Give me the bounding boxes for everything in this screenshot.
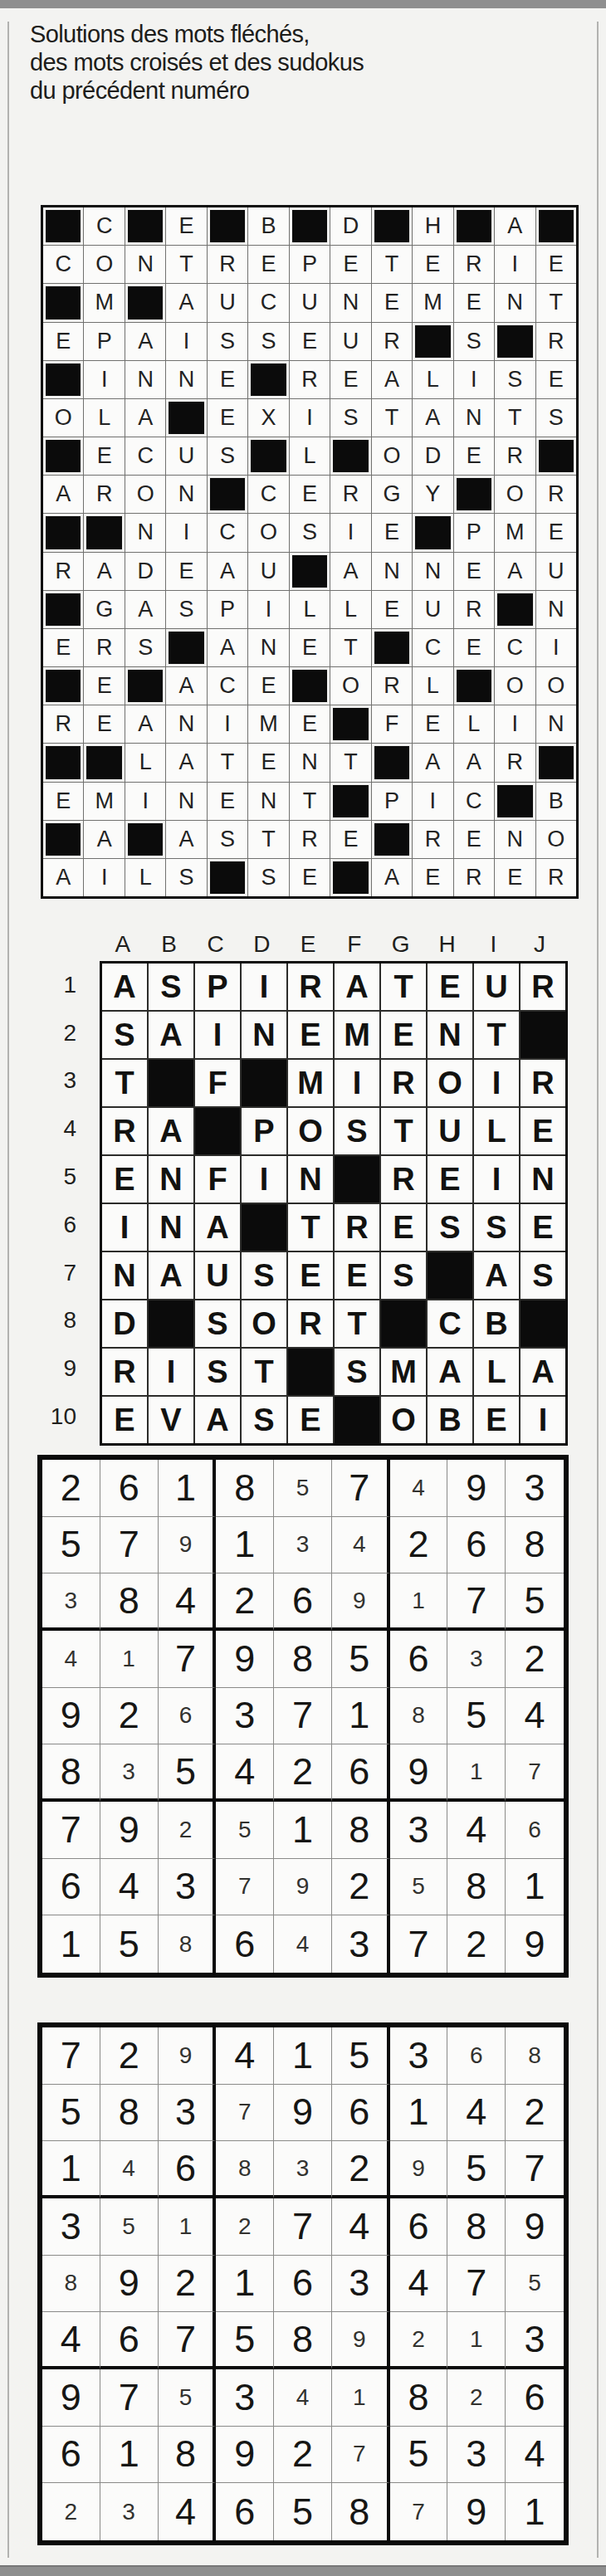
letter-cell: M <box>288 1060 333 1106</box>
sudoku-cell: 5 <box>332 1631 390 1688</box>
letter-cell: R <box>520 1060 565 1106</box>
letter-cell: I <box>536 629 576 666</box>
letter-cell: E <box>84 437 124 475</box>
letter-cell: N <box>149 1156 193 1203</box>
letter-cell: R <box>43 553 83 590</box>
letter-cell: P <box>208 591 247 628</box>
letter-cell: E <box>43 629 83 666</box>
letter-cell: E <box>290 323 330 360</box>
column-label: E <box>285 931 331 958</box>
sudoku-cell: 9 <box>100 1802 159 1859</box>
letter-cell: I <box>102 1204 147 1251</box>
sudoku-cell: 7 <box>447 2256 506 2313</box>
sudoku-cell: 6 <box>216 1915 274 1973</box>
letter-cell: P <box>195 964 240 1010</box>
sudoku-cell: 4 <box>332 2198 390 2256</box>
letter-cell: E <box>428 964 472 1010</box>
letter-cell: A <box>413 399 452 437</box>
letter-cell: E <box>43 783 83 820</box>
sudoku-cell: 2 <box>100 2027 159 2085</box>
letter-cell: A <box>335 964 379 1010</box>
letter-cell: E <box>208 399 247 437</box>
letter-cell: S <box>381 1252 426 1299</box>
letter-cell: T <box>288 1204 333 1251</box>
letter-cell: L <box>474 1108 519 1154</box>
black-cell <box>372 629 412 666</box>
letter-cell: S <box>208 437 247 475</box>
letter-cell: R <box>330 476 370 513</box>
row-label: 8 <box>48 1297 90 1345</box>
letter-cell: X <box>248 399 288 437</box>
sudoku-cell: 4 <box>42 1631 100 1688</box>
page-title: Solutions des mots fléchés, des mots cro… <box>30 20 364 105</box>
sudoku-cell: 2 <box>332 2141 390 2198</box>
letter-cell: I <box>208 705 247 743</box>
letter-cell: S <box>335 1108 379 1154</box>
letter-cell: N <box>520 1156 565 1203</box>
sudoku-cell: 7 <box>274 2198 332 2256</box>
sudoku-cell: 9 <box>447 2483 506 2540</box>
black-cell <box>454 207 494 245</box>
letter-cell: E <box>102 1397 147 1443</box>
black-cell <box>84 514 124 551</box>
letter-cell: A <box>372 361 412 398</box>
black-cell <box>372 744 412 781</box>
black-cell <box>330 705 370 743</box>
letter-cell: N <box>288 1156 333 1203</box>
sudoku-cell: 5 <box>274 2483 332 2540</box>
letter-cell: P <box>454 514 494 551</box>
sudoku-cell: 8 <box>332 2483 390 2540</box>
bottom-gray-bar <box>0 2565 606 2576</box>
black-cell <box>43 437 83 475</box>
sudoku-cell: 1 <box>216 1517 274 1574</box>
letter-cell: S <box>208 821 247 858</box>
letter-cell: N <box>149 1204 193 1251</box>
letter-cell: S <box>195 1349 240 1395</box>
sudoku-cell: 9 <box>506 1915 564 1973</box>
sudoku-cell: 2 <box>274 2427 332 2484</box>
black-cell <box>43 207 83 245</box>
letter-cell: A <box>102 964 147 1010</box>
letter-cell: U <box>536 553 576 590</box>
letter-cell: A <box>195 1204 240 1251</box>
letter-cell: F <box>195 1060 240 1106</box>
letter-cell: E <box>413 859 452 896</box>
letter-cell: I <box>495 246 535 283</box>
black-cell <box>495 783 535 820</box>
letter-cell: N <box>330 284 370 321</box>
sudoku-cell: 1 <box>506 2483 564 2540</box>
letter-cell: S <box>102 1012 147 1058</box>
sudoku-cell: 4 <box>216 2027 274 2085</box>
letter-cell: R <box>372 323 412 360</box>
letter-cell: I <box>413 783 452 820</box>
black-cell <box>413 514 452 551</box>
letter-cell: E <box>536 361 576 398</box>
black-cell <box>248 437 288 475</box>
black-cell <box>335 1397 379 1443</box>
letter-cell: S <box>248 323 288 360</box>
sudoku-cell: 4 <box>390 1460 448 1517</box>
letter-cell: N <box>248 783 288 820</box>
sudoku-cell: 4 <box>274 2369 332 2427</box>
letter-cell: A <box>149 1108 193 1154</box>
letter-cell: T <box>330 629 370 666</box>
letter-cell: U <box>474 964 519 1010</box>
letter-cell: N <box>125 246 165 283</box>
letter-cell: S <box>536 399 576 437</box>
sudoku-cell: 6 <box>159 2141 217 2198</box>
letter-cell: D <box>330 207 370 245</box>
sudoku-cell: 2 <box>159 1802 217 1859</box>
letter-cell: E <box>520 1108 565 1154</box>
black-cell <box>43 361 83 398</box>
black-cell <box>288 1349 333 1395</box>
sudoku-cell: 6 <box>390 2198 448 2256</box>
letter-cell: N <box>290 744 330 781</box>
letter-cell: L <box>413 667 452 705</box>
sudoku-cell: 8 <box>447 1859 506 1916</box>
letter-cell: E <box>413 246 452 283</box>
sudoku-cell: 1 <box>332 2369 390 2427</box>
black-cell <box>454 476 494 513</box>
black-cell <box>208 859 247 896</box>
letter-cell: A <box>372 859 412 896</box>
sudoku-cell: 2 <box>42 2483 100 2540</box>
letter-cell: M <box>84 284 124 321</box>
sudoku-cell: 9 <box>100 2256 159 2313</box>
sudoku-cell: 9 <box>390 2141 448 2198</box>
letter-cell: N <box>166 476 206 513</box>
sudoku-cell: 2 <box>274 1744 332 1802</box>
sudoku-cell: 1 <box>100 2427 159 2484</box>
sudoku-cell: 3 <box>506 2312 564 2369</box>
mots-croises-solution-grid: ASPIRATEURSAINEMENTTFMIROIRRAPOSTULEENFI… <box>100 961 568 1446</box>
letter-cell: S <box>242 1397 286 1443</box>
sudoku-cell: 3 <box>274 2141 332 2198</box>
letter-cell: E <box>208 361 247 398</box>
letter-cell: T <box>372 246 412 283</box>
sudoku-cell: 3 <box>42 1573 100 1631</box>
letter-cell: R <box>208 246 247 283</box>
letter-cell: E <box>454 821 494 858</box>
sudoku-cell: 1 <box>390 2085 448 2142</box>
letter-cell: C <box>495 629 535 666</box>
letter-cell: S <box>166 591 206 628</box>
letter-cell: A <box>413 744 452 781</box>
sudoku-cell: 4 <box>159 1573 217 1631</box>
letter-cell: C <box>248 284 288 321</box>
sudoku-cell: 7 <box>506 1744 564 1802</box>
letter-cell: L <box>330 591 370 628</box>
black-cell <box>372 207 412 245</box>
letter-cell: V <box>149 1397 193 1443</box>
letter-cell: I <box>149 1349 193 1395</box>
letter-cell: R <box>290 821 330 858</box>
sudoku-cell: 1 <box>447 2312 506 2369</box>
letter-cell: I <box>454 361 494 398</box>
letter-cell: S <box>195 1300 240 1347</box>
column-label: G <box>378 931 424 958</box>
letter-cell: A <box>43 476 83 513</box>
sudoku-cell: 5 <box>390 1859 448 1916</box>
sudoku-cell: 9 <box>274 1859 332 1916</box>
sudoku-cell: 9 <box>159 2027 217 2085</box>
letter-cell: A <box>495 207 535 245</box>
title-line-1: Solutions des mots fléchés, <box>30 20 364 48</box>
sudoku-cell: 5 <box>42 2085 100 2142</box>
sudoku-cell: 7 <box>216 1859 274 1916</box>
letter-cell: A <box>454 744 494 781</box>
letter-cell: T <box>102 1060 147 1106</box>
letter-cell: L <box>84 399 124 437</box>
sudoku-cell: 8 <box>159 1915 217 1973</box>
letter-cell: E <box>288 1252 333 1299</box>
black-cell <box>454 667 494 705</box>
sudoku-cell: 2 <box>332 1859 390 1916</box>
sudoku-cell: 9 <box>332 2312 390 2369</box>
sudoku-cell: 5 <box>159 1744 217 1802</box>
letter-cell: A <box>474 1252 519 1299</box>
black-cell <box>43 591 83 628</box>
letter-cell: O <box>495 476 535 513</box>
sudoku-cell: 4 <box>216 1744 274 1802</box>
letter-cell: E <box>248 246 288 283</box>
letter-cell: S <box>149 964 193 1010</box>
sudoku-cell: 2 <box>216 2198 274 2256</box>
sudoku-cell: 3 <box>447 1631 506 1688</box>
top-gray-bar <box>0 0 606 8</box>
letter-cell: E <box>454 437 494 475</box>
black-cell <box>84 744 124 781</box>
letter-cell: I <box>125 783 165 820</box>
black-cell <box>149 1300 193 1347</box>
sudoku-cell: 3 <box>447 2427 506 2484</box>
letter-cell: P <box>372 783 412 820</box>
letter-cell: A <box>495 553 535 590</box>
letter-cell: E <box>43 323 83 360</box>
letter-cell: S <box>248 859 288 896</box>
sudoku-cell: 7 <box>42 2027 100 2085</box>
letter-cell: M <box>495 514 535 551</box>
sudoku-cell: 7 <box>100 2369 159 2427</box>
sudoku-cell: 8 <box>274 2312 332 2369</box>
letter-cell: P <box>84 323 124 360</box>
sudoku-cell: 8 <box>390 1688 448 1745</box>
sudoku-cell: 7 <box>447 1573 506 1631</box>
letter-cell: M <box>84 783 124 820</box>
sudoku-cell: 2 <box>159 2256 217 2313</box>
letter-cell: R <box>43 705 83 743</box>
letter-cell: N <box>102 1252 147 1299</box>
letter-cell: O <box>125 476 165 513</box>
column-label: A <box>100 931 146 958</box>
black-cell <box>495 591 535 628</box>
black-cell <box>248 361 288 398</box>
letter-cell: B <box>428 1397 472 1443</box>
letter-cell: M <box>335 1012 379 1058</box>
sudoku-cell: 6 <box>332 1744 390 1802</box>
sudoku-cell: 3 <box>216 1688 274 1745</box>
letter-cell: I <box>195 1012 240 1058</box>
row-label: 6 <box>48 1201 90 1249</box>
sudoku-cell: 5 <box>506 2256 564 2313</box>
letter-cell: I <box>290 399 330 437</box>
sudoku-cell: 2 <box>447 2369 506 2427</box>
letter-cell: U <box>208 284 247 321</box>
letter-cell: N <box>428 1012 472 1058</box>
sudoku-cell: 6 <box>274 2256 332 2313</box>
letter-cell: E <box>290 705 330 743</box>
letter-cell: A <box>84 553 124 590</box>
letter-cell: T <box>208 744 247 781</box>
sudoku-cell: 9 <box>42 1688 100 1745</box>
letter-cell: T <box>330 744 370 781</box>
letter-cell: L <box>413 361 452 398</box>
letter-cell: G <box>372 476 412 513</box>
black-cell <box>149 1060 193 1106</box>
row-label: 10 <box>48 1393 90 1441</box>
letter-cell: E <box>166 207 206 245</box>
sudoku-cell: 6 <box>390 1631 448 1688</box>
letter-cell: R <box>84 476 124 513</box>
letter-cell: M <box>381 1349 426 1395</box>
sudoku-cell: 8 <box>216 1460 274 1517</box>
sudoku-cell: 7 <box>506 2141 564 2198</box>
sudoku-cell: 1 <box>159 2198 217 2256</box>
letter-cell: I <box>84 859 124 896</box>
letter-cell: C <box>43 246 83 283</box>
letter-cell: R <box>536 859 576 896</box>
sudoku-cell: 8 <box>216 2141 274 2198</box>
sudoku-cell: 4 <box>506 1688 564 1745</box>
letter-cell: N <box>166 361 206 398</box>
sudoku-cell: 3 <box>216 2369 274 2427</box>
letter-cell: B <box>536 783 576 820</box>
black-cell <box>125 667 165 705</box>
letter-cell: E <box>290 476 330 513</box>
black-cell <box>43 514 83 551</box>
letter-cell: N <box>248 629 288 666</box>
sudoku-cell: 7 <box>42 1802 100 1859</box>
letter-cell: I <box>166 514 206 551</box>
sudoku-cell: 4 <box>390 2256 448 2313</box>
black-cell <box>43 821 83 858</box>
letter-cell: S <box>474 1204 519 1251</box>
letter-cell: R <box>454 591 494 628</box>
letter-cell: P <box>290 246 330 283</box>
sudoku-cell: 9 <box>506 2198 564 2256</box>
letter-cell: L <box>125 744 165 781</box>
letter-cell: T <box>474 1012 519 1058</box>
sudoku-cell: 4 <box>100 2141 159 2198</box>
row-label: 4 <box>48 1105 90 1153</box>
letter-cell: E <box>288 1397 333 1443</box>
letter-cell: A <box>520 1349 565 1395</box>
letter-cell: E <box>495 859 535 896</box>
letter-cell: F <box>195 1156 240 1203</box>
letter-cell: E <box>290 629 330 666</box>
black-cell <box>536 744 576 781</box>
sudoku-cell: 1 <box>274 2027 332 2085</box>
sudoku-cell: 5 <box>390 2427 448 2484</box>
letter-cell: N <box>536 705 576 743</box>
column-label: H <box>424 931 471 958</box>
black-cell <box>43 744 83 781</box>
letter-cell: T <box>248 821 288 858</box>
letter-cell: N <box>372 553 412 590</box>
letter-cell: O <box>330 667 370 705</box>
letter-cell: R <box>454 246 494 283</box>
sudoku-cell: 6 <box>159 1688 217 1745</box>
sudoku-cell: 5 <box>447 2141 506 2198</box>
letter-cell: L <box>125 859 165 896</box>
letter-cell: R <box>520 964 565 1010</box>
sudoku-cell: 7 <box>159 2312 217 2369</box>
title-line-2: des mots croisés et des sudokus <box>30 48 364 76</box>
sudoku-cell: 5 <box>332 2027 390 2085</box>
letter-cell: A <box>149 1252 193 1299</box>
letter-cell: T <box>290 783 330 820</box>
sudoku-cell: 9 <box>42 2369 100 2427</box>
sudoku-cell: 4 <box>159 2483 217 2540</box>
letter-cell: I <box>242 1156 286 1203</box>
letter-cell: R <box>288 1300 333 1347</box>
column-label: B <box>146 931 193 958</box>
sudoku-cell: 3 <box>274 1517 332 1574</box>
letter-cell: R <box>536 476 576 513</box>
black-cell <box>195 1108 240 1154</box>
sudoku-cell: 2 <box>390 1517 448 1574</box>
sudoku-cell: 6 <box>274 1573 332 1631</box>
letter-cell: R <box>102 1349 147 1395</box>
mots-croises-column-labels: ABCDEFGHIJ <box>100 931 563 958</box>
sudoku-cell: 3 <box>390 1802 448 1859</box>
letter-cell: E <box>454 629 494 666</box>
letter-cell: I <box>242 964 286 1010</box>
letter-cell: S <box>125 629 165 666</box>
letter-cell: N <box>536 591 576 628</box>
letter-cell: U <box>166 437 206 475</box>
letter-cell: R <box>381 1060 426 1106</box>
sudoku-cell: 1 <box>42 1915 100 1973</box>
sudoku-cell: 2 <box>447 1915 506 1973</box>
sudoku-cell: 6 <box>216 2483 274 2540</box>
letter-cell: C <box>84 207 124 245</box>
letter-cell: D <box>125 553 165 590</box>
sudoku-cell: 4 <box>447 1802 506 1859</box>
sudoku-cell: 7 <box>216 2085 274 2142</box>
sudoku-cell: 5 <box>447 1688 506 1745</box>
sudoku-cell: 7 <box>274 1688 332 1745</box>
letter-cell: A <box>330 553 370 590</box>
letter-cell: E <box>84 667 124 705</box>
sudoku-cell: 1 <box>447 1744 506 1802</box>
sudoku-cell: 6 <box>506 1802 564 1859</box>
letter-cell: Y <box>413 476 452 513</box>
letter-cell: C <box>454 783 494 820</box>
letter-cell: O <box>495 667 535 705</box>
letter-cell: R <box>495 744 535 781</box>
sudoku-cell: 9 <box>216 1631 274 1688</box>
letter-cell: H <box>413 207 452 245</box>
letter-cell: L <box>290 437 330 475</box>
letter-cell: N <box>166 705 206 743</box>
letter-cell: A <box>166 821 206 858</box>
sudoku-cell: 3 <box>159 1859 217 1916</box>
black-cell <box>166 629 206 666</box>
